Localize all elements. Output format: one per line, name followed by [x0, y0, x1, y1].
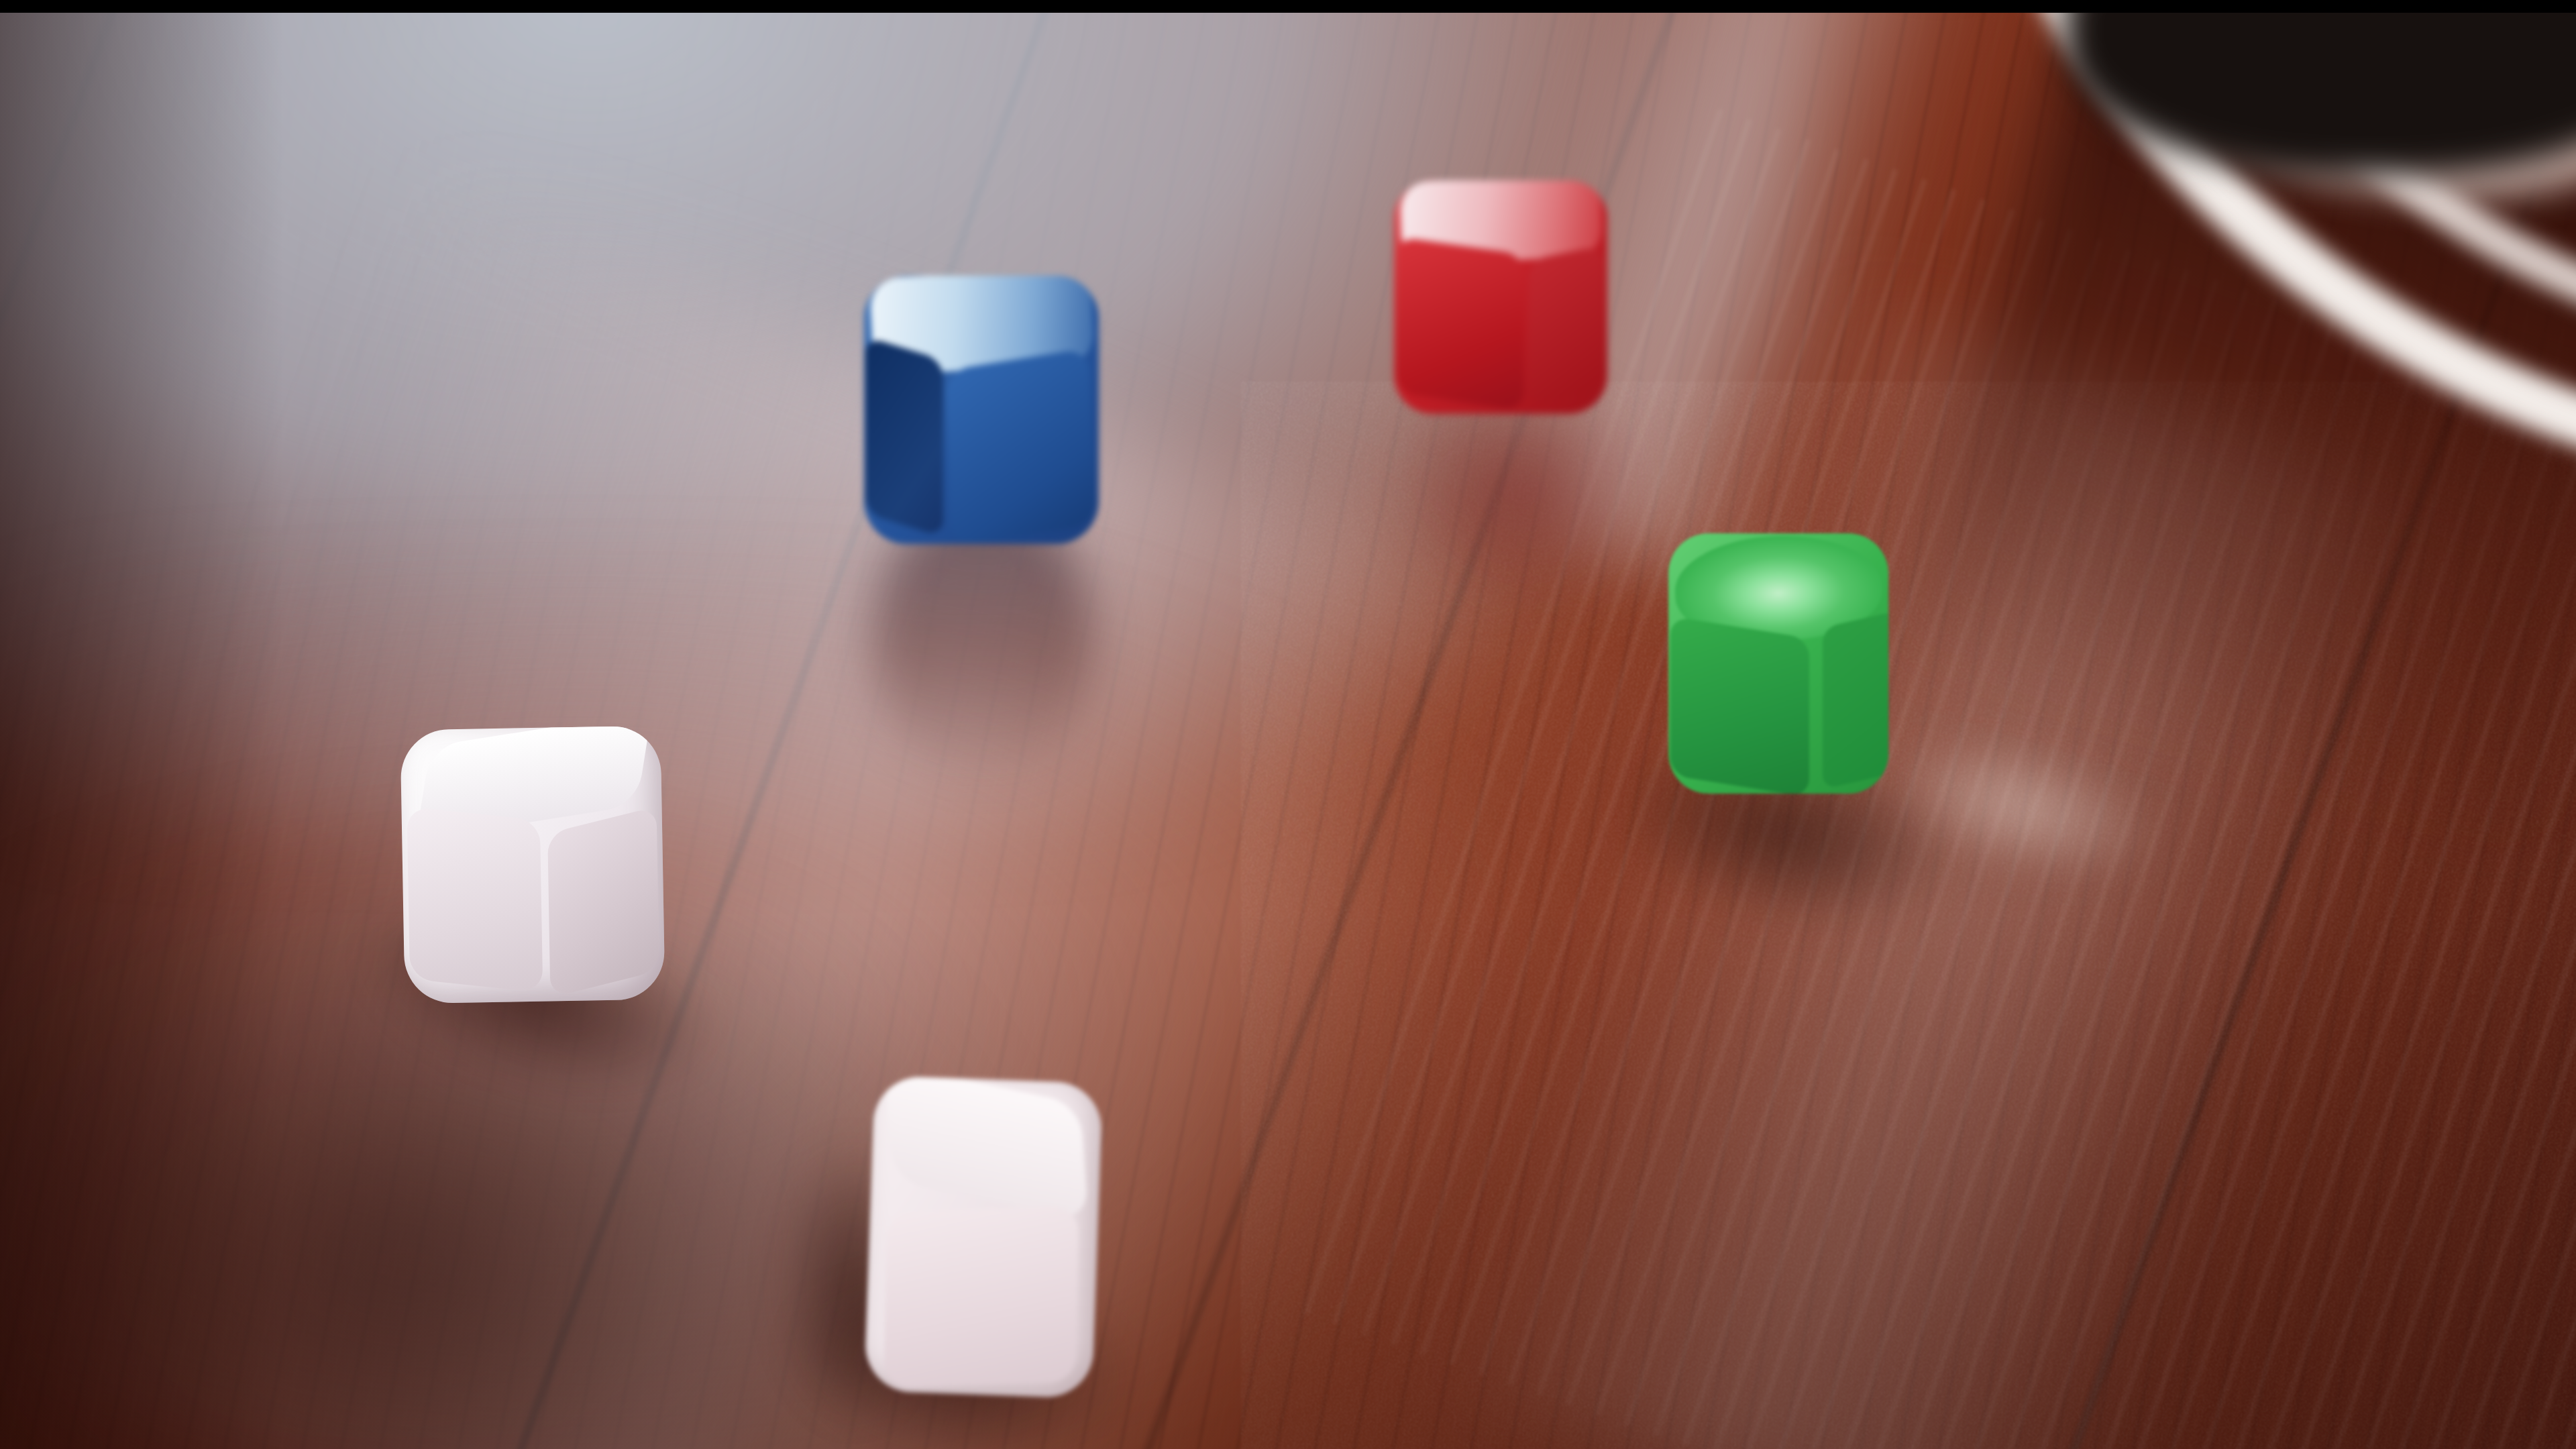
red-die	[1394, 180, 1607, 414]
pip-grid	[1831, 627, 1888, 773]
pip-grid	[1537, 260, 1595, 390]
green-die-front-face	[1670, 616, 1809, 794]
white-bottom-die	[864, 1075, 1103, 1399]
pip-grid	[1697, 543, 1861, 634]
pip-grid	[962, 366, 1079, 529]
white-front-die-front-face	[407, 807, 543, 994]
pip-grid	[560, 824, 647, 979]
white-bottom-die-top-face	[884, 1075, 1089, 1222]
blue-die-right-face	[945, 348, 1095, 544]
white-bottom-die-front-face	[884, 1205, 1079, 1389]
pip-grid	[907, 1078, 1067, 1207]
white-front-die-right-face	[547, 806, 659, 998]
green-die-right-face	[1823, 610, 1888, 789]
blue-die	[864, 276, 1099, 544]
pip-grid	[1410, 253, 1510, 395]
blue-die-left-face	[865, 336, 943, 537]
green-die	[1668, 533, 1888, 794]
pip-grid	[421, 824, 527, 976]
pip-grid	[905, 1222, 1057, 1372]
bottom-vignette	[0, 13, 2576, 1449]
red-die-front-face	[1396, 237, 1524, 411]
pip-grid	[1686, 633, 1794, 780]
white-front-die	[400, 726, 665, 1004]
red-die-right-face	[1528, 246, 1603, 405]
photo-scene	[0, 13, 2576, 1449]
pip-grid	[894, 277, 1069, 365]
pip-grid	[873, 355, 934, 519]
